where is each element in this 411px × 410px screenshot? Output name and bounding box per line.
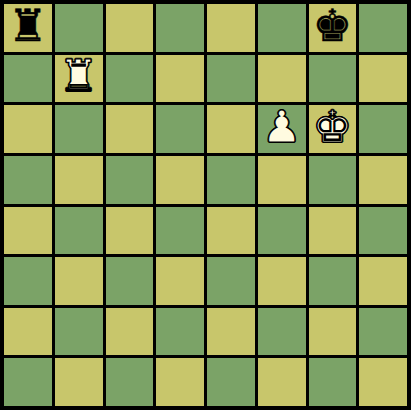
- square-g4[interactable]: [309, 207, 357, 255]
- chess-board: ♜♚♜♟♚: [0, 0, 411, 410]
- square-h6[interactable]: [359, 105, 407, 153]
- square-a1[interactable]: [4, 358, 52, 406]
- square-a8[interactable]: ♜: [4, 4, 52, 52]
- square-f4[interactable]: [258, 207, 306, 255]
- square-g7[interactable]: [309, 55, 357, 103]
- square-b3[interactable]: [55, 257, 103, 305]
- square-c1[interactable]: [106, 358, 154, 406]
- square-e6[interactable]: [207, 105, 255, 153]
- square-b1[interactable]: [55, 358, 103, 406]
- square-h1[interactable]: [359, 358, 407, 406]
- square-c8[interactable]: [106, 4, 154, 52]
- square-d2[interactable]: [156, 308, 204, 356]
- square-b5[interactable]: [55, 156, 103, 204]
- square-a6[interactable]: [4, 105, 52, 153]
- square-f7[interactable]: [258, 55, 306, 103]
- square-c7[interactable]: [106, 55, 154, 103]
- square-h7[interactable]: [359, 55, 407, 103]
- piece-white-pawn[interactable]: ♟: [262, 105, 301, 149]
- square-f6[interactable]: ♟: [258, 105, 306, 153]
- square-d4[interactable]: [156, 207, 204, 255]
- square-f8[interactable]: [258, 4, 306, 52]
- square-f5[interactable]: [258, 156, 306, 204]
- square-e7[interactable]: [207, 55, 255, 103]
- square-c6[interactable]: [106, 105, 154, 153]
- square-f2[interactable]: [258, 308, 306, 356]
- square-c4[interactable]: [106, 207, 154, 255]
- square-g5[interactable]: [309, 156, 357, 204]
- square-g8[interactable]: ♚: [309, 4, 357, 52]
- square-c5[interactable]: [106, 156, 154, 204]
- square-f3[interactable]: [258, 257, 306, 305]
- square-c3[interactable]: [106, 257, 154, 305]
- square-d8[interactable]: [156, 4, 204, 52]
- square-a7[interactable]: [4, 55, 52, 103]
- square-b7[interactable]: ♜: [55, 55, 103, 103]
- square-d3[interactable]: [156, 257, 204, 305]
- square-a5[interactable]: [4, 156, 52, 204]
- square-g1[interactable]: [309, 358, 357, 406]
- square-e4[interactable]: [207, 207, 255, 255]
- piece-black-king[interactable]: ♚: [313, 4, 352, 48]
- square-d7[interactable]: [156, 55, 204, 103]
- square-e2[interactable]: [207, 308, 255, 356]
- square-b8[interactable]: [55, 4, 103, 52]
- piece-black-rook[interactable]: ♜: [8, 4, 47, 48]
- square-c2[interactable]: [106, 308, 154, 356]
- square-d5[interactable]: [156, 156, 204, 204]
- square-d1[interactable]: [156, 358, 204, 406]
- square-a3[interactable]: [4, 257, 52, 305]
- square-g6[interactable]: ♚: [309, 105, 357, 153]
- square-b6[interactable]: [55, 105, 103, 153]
- piece-white-rook[interactable]: ♜: [59, 55, 98, 99]
- square-e3[interactable]: [207, 257, 255, 305]
- square-h2[interactable]: [359, 308, 407, 356]
- square-h8[interactable]: [359, 4, 407, 52]
- square-g3[interactable]: [309, 257, 357, 305]
- square-b4[interactable]: [55, 207, 103, 255]
- square-e5[interactable]: [207, 156, 255, 204]
- square-a4[interactable]: [4, 207, 52, 255]
- square-f1[interactable]: [258, 358, 306, 406]
- square-e1[interactable]: [207, 358, 255, 406]
- square-h3[interactable]: [359, 257, 407, 305]
- square-d6[interactable]: [156, 105, 204, 153]
- square-e8[interactable]: [207, 4, 255, 52]
- square-b2[interactable]: [55, 308, 103, 356]
- square-a2[interactable]: [4, 308, 52, 356]
- square-h5[interactable]: [359, 156, 407, 204]
- square-h4[interactable]: [359, 207, 407, 255]
- square-g2[interactable]: [309, 308, 357, 356]
- piece-white-king[interactable]: ♚: [313, 105, 352, 149]
